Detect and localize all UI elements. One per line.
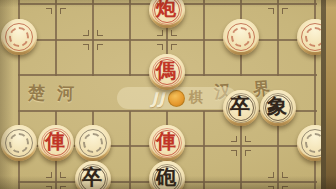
point-marker xyxy=(97,30,103,36)
piece-glyph: 卒 xyxy=(75,161,109,189)
point-marker xyxy=(282,172,288,178)
hidden-back-pattern xyxy=(9,133,29,153)
piece-glyph: 卒 xyxy=(223,90,257,123)
point-marker xyxy=(268,172,274,178)
point-marker xyxy=(282,8,288,14)
point-marker xyxy=(231,150,237,156)
point-marker xyxy=(282,186,288,189)
piece-hidden-piece-dark-back[interactable] xyxy=(1,125,37,161)
piece-hidden-piece-dark-back[interactable] xyxy=(75,125,111,161)
point-marker xyxy=(268,8,274,14)
watermark-qi-text: 棋 xyxy=(188,89,202,107)
point-marker xyxy=(83,44,89,50)
watermark-jj-text: JJ xyxy=(152,89,166,108)
point-marker xyxy=(157,44,163,50)
piece-black-cannon[interactable]: 砲 xyxy=(149,161,185,189)
piece-glyph: 炮 xyxy=(149,0,183,25)
point-marker xyxy=(46,186,52,189)
grid-line xyxy=(92,0,94,76)
point-marker xyxy=(171,44,177,50)
point-marker xyxy=(46,8,52,14)
grid-line xyxy=(129,0,131,76)
point-marker xyxy=(231,136,237,142)
app-watermark: JJ 棋 xyxy=(117,87,237,109)
point-marker xyxy=(60,8,66,14)
piece-glyph: 俥 xyxy=(149,125,183,158)
piece-glyph: 俥 xyxy=(38,125,72,158)
piece-hidden-piece-red-back[interactable] xyxy=(223,19,259,55)
point-marker xyxy=(60,186,66,189)
point-marker xyxy=(83,30,89,36)
hidden-back-pattern xyxy=(231,27,251,47)
piece-red-horse[interactable]: 傌 xyxy=(149,54,185,90)
grid-line xyxy=(277,0,279,76)
hidden-back-pattern xyxy=(9,27,29,47)
hidden-back-pattern xyxy=(83,133,103,153)
grid-line xyxy=(55,0,57,76)
board-frame-side xyxy=(326,0,336,189)
app-logo-icon xyxy=(168,90,185,107)
river-label-left: 楚河 xyxy=(28,81,86,105)
piece-glyph: 象 xyxy=(260,90,294,123)
point-marker xyxy=(46,172,52,178)
piece-glyph: 砲 xyxy=(149,161,183,189)
grid-line xyxy=(203,0,205,76)
point-marker xyxy=(60,172,66,178)
piece-black-soldier[interactable]: 卒 xyxy=(223,90,259,126)
piece-glyph: 傌 xyxy=(149,54,183,87)
point-marker xyxy=(171,30,177,36)
point-marker xyxy=(245,150,251,156)
piece-hidden-piece-red-back[interactable] xyxy=(1,19,37,55)
piece-black-elephant[interactable]: 象 xyxy=(260,90,296,126)
grid-line xyxy=(129,111,131,189)
piece-red-chariot[interactable]: 俥 xyxy=(38,125,74,161)
piece-black-soldier[interactable]: 卒 xyxy=(75,161,111,189)
piece-red-chariot[interactable]: 俥 xyxy=(149,125,185,161)
point-marker xyxy=(268,186,274,189)
xiangqi-board[interactable]: 楚河 汉界 JJ 棋 炮傌卒象俥俥卒砲 xyxy=(0,0,336,189)
point-marker xyxy=(97,44,103,50)
point-marker xyxy=(245,136,251,142)
point-marker xyxy=(157,30,163,36)
grid-line xyxy=(203,111,205,189)
piece-red-cannon[interactable]: 炮 xyxy=(149,0,185,28)
